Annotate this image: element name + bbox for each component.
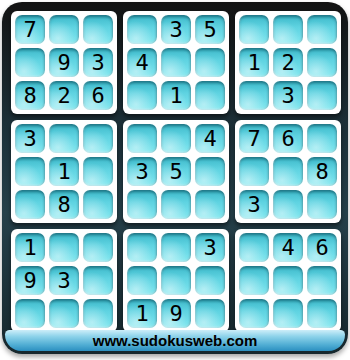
cell-r6c3[interactable] — [83, 190, 113, 219]
box-7: 193 — [11, 229, 117, 332]
cell-r2c8[interactable]: 2 — [273, 48, 303, 77]
cell-r2c2[interactable]: 9 — [49, 48, 79, 77]
cell-r5c5[interactable]: 5 — [161, 157, 191, 186]
cell-r9c7[interactable] — [239, 299, 269, 328]
cell-r3c9[interactable] — [307, 81, 337, 110]
sudoku-grid: 7938263541123318435768319331946 — [11, 11, 341, 332]
cell-r7c2[interactable] — [49, 233, 79, 262]
cell-r9c3[interactable] — [83, 299, 113, 328]
cell-r2c3[interactable]: 3 — [83, 48, 113, 77]
cell-r3c8[interactable]: 3 — [273, 81, 303, 110]
cell-r8c8[interactable] — [273, 266, 303, 295]
cell-r1c6[interactable]: 5 — [195, 15, 225, 44]
cell-r8c3[interactable] — [83, 266, 113, 295]
box-2: 3541 — [123, 11, 229, 114]
cell-r8c9[interactable] — [307, 266, 337, 295]
cell-r6c7[interactable]: 3 — [239, 190, 269, 219]
cell-r9c1[interactable] — [15, 299, 45, 328]
cell-r5c6[interactable] — [195, 157, 225, 186]
cell-r8c1[interactable]: 9 — [15, 266, 45, 295]
cell-r9c5[interactable]: 9 — [161, 299, 191, 328]
cell-r3c2[interactable]: 2 — [49, 81, 79, 110]
cell-r2c7[interactable]: 1 — [239, 48, 269, 77]
cell-r7c7[interactable] — [239, 233, 269, 262]
cell-r3c1[interactable]: 8 — [15, 81, 45, 110]
cell-r1c7[interactable] — [239, 15, 269, 44]
cell-r9c6[interactable] — [195, 299, 225, 328]
cell-r2c5[interactable] — [161, 48, 191, 77]
cell-r4c8[interactable]: 6 — [273, 124, 303, 153]
cell-r4c5[interactable] — [161, 124, 191, 153]
cell-r5c1[interactable] — [15, 157, 45, 186]
cell-r3c6[interactable] — [195, 81, 225, 110]
cell-r4c9[interactable] — [307, 124, 337, 153]
cell-r7c1[interactable]: 1 — [15, 233, 45, 262]
site-url: www.sudokusweb.com — [93, 332, 257, 349]
cell-r5c8[interactable] — [273, 157, 303, 186]
box-1: 793826 — [11, 11, 117, 114]
cell-r6c4[interactable] — [127, 190, 157, 219]
sudoku-board-frame: 7938263541123318435768319331946 www.sudo… — [2, 2, 348, 354]
cell-r3c7[interactable] — [239, 81, 269, 110]
cell-r5c2[interactable]: 1 — [49, 157, 79, 186]
cell-r7c9[interactable]: 6 — [307, 233, 337, 262]
cell-r4c6[interactable]: 4 — [195, 124, 225, 153]
cell-r6c6[interactable] — [195, 190, 225, 219]
cell-r8c5[interactable] — [161, 266, 191, 295]
footer-bar: www.sudokusweb.com — [5, 330, 345, 351]
cell-r1c8[interactable] — [273, 15, 303, 44]
cell-r2c4[interactable]: 4 — [127, 48, 157, 77]
cell-r4c1[interactable]: 3 — [15, 124, 45, 153]
box-4: 318 — [11, 120, 117, 223]
cell-r6c2[interactable]: 8 — [49, 190, 79, 219]
cell-r5c7[interactable] — [239, 157, 269, 186]
cell-r7c3[interactable] — [83, 233, 113, 262]
cell-r5c3[interactable] — [83, 157, 113, 186]
cell-r9c8[interactable] — [273, 299, 303, 328]
cell-r4c4[interactable] — [127, 124, 157, 153]
cell-r8c6[interactable] — [195, 266, 225, 295]
cell-r4c3[interactable] — [83, 124, 113, 153]
cell-r3c5[interactable]: 1 — [161, 81, 191, 110]
cell-r5c4[interactable]: 3 — [127, 157, 157, 186]
cell-r7c8[interactable]: 4 — [273, 233, 303, 262]
cell-r6c8[interactable] — [273, 190, 303, 219]
cell-r3c3[interactable]: 6 — [83, 81, 113, 110]
cell-r1c1[interactable]: 7 — [15, 15, 45, 44]
cell-r7c4[interactable] — [127, 233, 157, 262]
cell-r6c9[interactable] — [307, 190, 337, 219]
cell-r8c7[interactable] — [239, 266, 269, 295]
cell-r2c9[interactable] — [307, 48, 337, 77]
box-8: 319 — [123, 229, 229, 332]
cell-r4c2[interactable] — [49, 124, 79, 153]
cell-r2c1[interactable] — [15, 48, 45, 77]
cell-r9c9[interactable] — [307, 299, 337, 328]
cell-r7c5[interactable] — [161, 233, 191, 262]
cell-r8c2[interactable]: 3 — [49, 266, 79, 295]
cell-r8c4[interactable] — [127, 266, 157, 295]
cell-r3c4[interactable] — [127, 81, 157, 110]
box-9: 46 — [235, 229, 341, 332]
cell-r1c4[interactable] — [127, 15, 157, 44]
cell-r4c7[interactable]: 7 — [239, 124, 269, 153]
cell-r1c2[interactable] — [49, 15, 79, 44]
cell-r5c9[interactable]: 8 — [307, 157, 337, 186]
cell-r9c2[interactable] — [49, 299, 79, 328]
cell-r6c5[interactable] — [161, 190, 191, 219]
cell-r7c6[interactable]: 3 — [195, 233, 225, 262]
box-6: 7683 — [235, 120, 341, 223]
box-5: 435 — [123, 120, 229, 223]
cell-r1c3[interactable] — [83, 15, 113, 44]
cell-r9c4[interactable]: 1 — [127, 299, 157, 328]
cell-r6c1[interactable] — [15, 190, 45, 219]
cell-r2c6[interactable] — [195, 48, 225, 77]
box-3: 123 — [235, 11, 341, 114]
cell-r1c5[interactable]: 3 — [161, 15, 191, 44]
cell-r1c9[interactable] — [307, 15, 337, 44]
